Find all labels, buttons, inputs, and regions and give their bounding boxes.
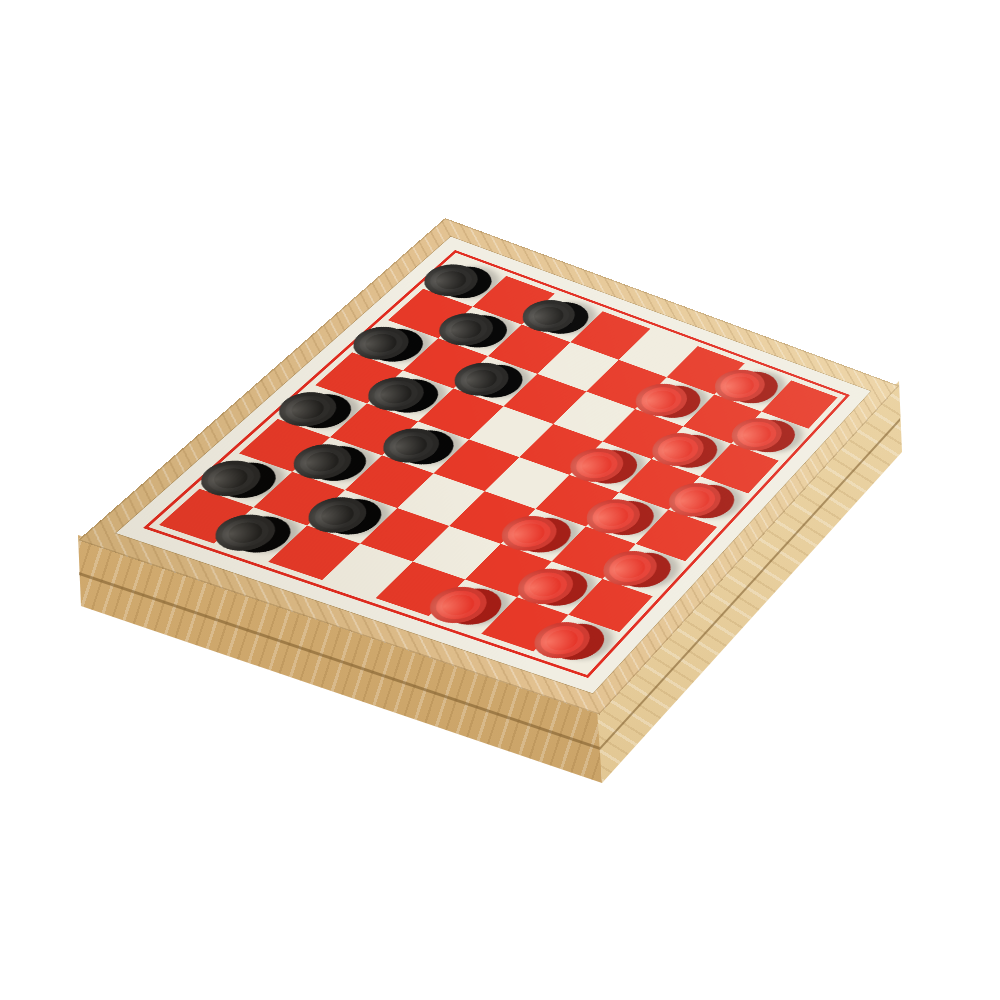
product-photo-canvas: ⛃⛃⛃⛃⛃⛃⛃⛃⛃⛃⛃⛃⛂⛂⛂⛂⛂⛂⛂⛂⛂⛂⛂⛂ (0, 0, 1000, 1000)
